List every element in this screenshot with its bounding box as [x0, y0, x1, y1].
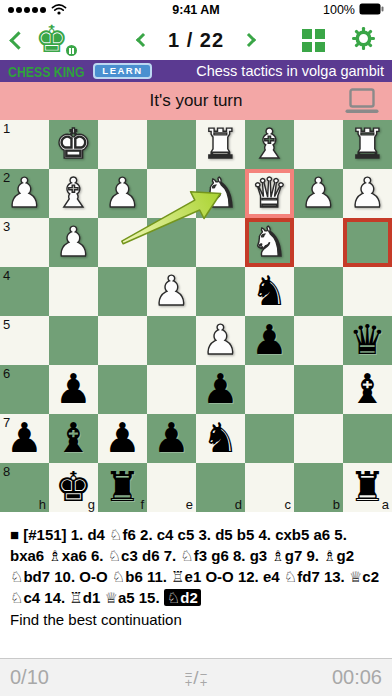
square-g8[interactable]: g♚: [49, 463, 98, 512]
square-d1[interactable]: ♜: [196, 120, 245, 169]
rank-label: 2: [3, 170, 10, 185]
piece-wR-d1: ♜: [202, 120, 239, 169]
file-label: a: [382, 497, 389, 512]
square-d5[interactable]: ♟: [196, 316, 245, 365]
square-e2[interactable]: [147, 169, 196, 218]
square-a2[interactable]: ♟: [343, 169, 392, 218]
square-b6[interactable]: [294, 365, 343, 414]
square-g2[interactable]: ♝: [49, 169, 98, 218]
square-c8[interactable]: c: [245, 463, 294, 512]
square-e7[interactable]: ♟: [147, 414, 196, 463]
score-label: 0/10: [10, 666, 49, 689]
square-a6[interactable]: ♝: [343, 365, 392, 414]
piece-bP-c5: ♟: [251, 316, 288, 365]
piece-wP-a2: ♟: [349, 169, 386, 218]
square-f8[interactable]: f♜: [98, 463, 147, 512]
square-a8[interactable]: a♜: [343, 463, 392, 512]
piece-wP-b2: ♟: [300, 169, 337, 218]
square-g3[interactable]: ♟: [49, 218, 98, 267]
puzzle-grid-button[interactable]: [302, 29, 325, 52]
square-h5[interactable]: 5: [0, 316, 49, 365]
back-chevron-icon: [9, 31, 27, 49]
file-label: f: [140, 497, 144, 512]
square-a5[interactable]: ♛: [343, 316, 392, 365]
square-g5[interactable]: [49, 316, 98, 365]
square-d7[interactable]: ♞: [196, 414, 245, 463]
piece-bR-f8: ♜: [104, 463, 141, 512]
piece-bB-a6: ♝: [349, 365, 386, 414]
brand-label: CHESS KING: [8, 63, 85, 80]
square-f4[interactable]: [98, 267, 147, 316]
piece-wN-c3: ♞: [251, 218, 288, 267]
piece-bN-c4: ♞: [251, 267, 288, 316]
piece-wP-e4: ♟: [153, 267, 190, 316]
square-h8[interactable]: 8h: [0, 463, 49, 512]
square-h1[interactable]: 1: [0, 120, 49, 169]
prev-puzzle-button[interactable]: [136, 33, 150, 47]
clock-label: 9:41 AM: [0, 3, 392, 17]
square-b4[interactable]: [294, 267, 343, 316]
header-bar: CHESS KING LEARN Chess tactics in volga …: [0, 60, 392, 82]
square-f7[interactable]: ♟: [98, 414, 147, 463]
rank-label: 6: [3, 366, 10, 381]
square-h7[interactable]: 7♟: [0, 414, 49, 463]
square-e6[interactable]: [147, 365, 196, 414]
square-g7[interactable]: ♝: [49, 414, 98, 463]
square-b5[interactable]: [294, 316, 343, 365]
moves-panel: ■ [#151] 1. d4 ♘f6 2. c4 c5 3. d5 b5 4. …: [0, 512, 392, 658]
file-label: d: [235, 497, 242, 512]
piece-wB-g2: ♝: [55, 169, 92, 218]
square-e1[interactable]: [147, 120, 196, 169]
rank-label: 5: [3, 317, 10, 332]
gear-icon: [351, 26, 376, 51]
square-f3[interactable]: [98, 218, 147, 267]
nav-bar: ♚ 1 / 22: [0, 20, 392, 60]
piece-bK-g8: ♚: [55, 463, 92, 512]
evaluation-indicator[interactable]: =+ / −+: [185, 667, 207, 689]
square-e4[interactable]: ♟: [147, 267, 196, 316]
piece-wB-c1: ♝: [251, 120, 288, 169]
square-g4[interactable]: [49, 267, 98, 316]
page-indicator: 1 / 22: [168, 29, 224, 52]
square-d6[interactable]: ♟: [196, 365, 245, 414]
app-window: 9:41 AM 100% ♚ 1 / 22: [0, 0, 392, 696]
square-c2[interactable]: ♛: [245, 169, 294, 218]
square-b2[interactable]: ♟: [294, 169, 343, 218]
piece-wQ-c2: ♛: [251, 169, 288, 218]
square-g6[interactable]: ♟: [49, 365, 98, 414]
piece-wR-a1: ♜: [349, 120, 386, 169]
turn-banner: It's your turn: [0, 82, 392, 120]
last-move-highlight: ♘d2: [164, 589, 201, 606]
file-label: c: [285, 497, 292, 512]
piece-wN-d2: ♞: [202, 169, 239, 218]
piece-bP-h7: ♟: [6, 414, 43, 463]
square-b8[interactable]: b: [294, 463, 343, 512]
square-e5[interactable]: [147, 316, 196, 365]
board-container: 1♚♜♝♜2♟♝♟♞♛♟♟3♟♞4♟♞5♟♟♛6♟♟♝7♟♝♟♟♞8hg♚f♜e…: [0, 120, 392, 512]
piece-wK-g1: ♚: [55, 120, 92, 169]
square-d8[interactable]: d: [196, 463, 245, 512]
move-marker: ■: [10, 526, 19, 543]
pause-badge-icon: [64, 43, 79, 58]
piece-bR-a8: ♜: [349, 463, 386, 512]
square-e8[interactable]: e: [147, 463, 196, 512]
square-h4[interactable]: 4: [0, 267, 49, 316]
file-label: b: [333, 497, 340, 512]
laptop-icon: [344, 88, 380, 115]
square-d3[interactable]: [196, 218, 245, 267]
chess-king-logo-icon: ♚: [35, 18, 68, 61]
square-c5[interactable]: ♟: [245, 316, 294, 365]
square-b3[interactable]: [294, 218, 343, 267]
piece-bP-d6: ♟: [202, 365, 239, 414]
square-b1[interactable]: [294, 120, 343, 169]
piece-wP-f2: ♟: [104, 169, 141, 218]
square-a4[interactable]: [343, 267, 392, 316]
square-a1[interactable]: ♜: [343, 120, 392, 169]
course-title: Chess tactics in volga gambit: [196, 63, 384, 79]
rank-label: 4: [3, 268, 10, 283]
square-a3[interactable]: [343, 218, 392, 267]
piece-bN-d7: ♞: [202, 414, 239, 463]
square-e3[interactable]: [147, 218, 196, 267]
piece-wP-h2: ♟: [6, 169, 43, 218]
settings-button[interactable]: [351, 26, 376, 55]
piece-wP-d5: ♟: [202, 316, 239, 365]
file-label: g: [88, 497, 95, 512]
footer-bar: 0/10 =+ / −+ 00:06: [0, 658, 392, 696]
rank-label: 8: [3, 464, 10, 479]
square-c3[interactable]: ♞: [245, 218, 294, 267]
back-button[interactable]: [0, 34, 25, 47]
piece-bP-g6: ♟: [55, 365, 92, 414]
instruction-text: Find the best continuation: [10, 611, 382, 628]
square-c6[interactable]: [245, 365, 294, 414]
app-logo-button[interactable]: ♚: [35, 21, 79, 59]
square-c1[interactable]: ♝: [245, 120, 294, 169]
puzzle-number: [#151]: [23, 526, 66, 543]
learn-badge: LEARN: [93, 63, 151, 79]
rank-label: 7: [3, 415, 10, 430]
move-list[interactable]: ■ [#151] 1. d4 ♘f6 2. c4 c5 3. d5 b5 4. …: [10, 524, 382, 608]
piece-bP-e7: ♟: [153, 414, 190, 463]
rank-label: 1: [3, 121, 10, 136]
square-b7[interactable]: [294, 414, 343, 463]
chess-board: 1♚♜♝♜2♟♝♟♞♛♟♟3♟♞4♟♞5♟♟♛6♟♟♝7♟♝♟♟♞8hg♚f♜e…: [0, 120, 392, 512]
square-c7[interactable]: [245, 414, 294, 463]
square-h3[interactable]: 3: [0, 218, 49, 267]
next-puzzle-button[interactable]: [242, 33, 256, 47]
square-h2[interactable]: 2♟: [0, 169, 49, 218]
square-d4[interactable]: [196, 267, 245, 316]
piece-bQ-a5: ♛: [349, 316, 386, 365]
computer-play-button[interactable]: [344, 88, 380, 119]
square-c4[interactable]: ♞: [245, 267, 294, 316]
square-h6[interactable]: 6: [0, 365, 49, 414]
turn-banner-text: It's your turn: [149, 91, 242, 111]
file-label: e: [186, 497, 193, 512]
square-d2[interactable]: ♞: [196, 169, 245, 218]
status-bar: 9:41 AM 100%: [0, 0, 392, 20]
piece-bP-f7: ♟: [104, 414, 141, 463]
piece-bB-g7: ♝: [55, 414, 92, 463]
square-f2[interactable]: ♟: [98, 169, 147, 218]
file-label: h: [39, 497, 46, 512]
square-a7[interactable]: [343, 414, 392, 463]
timer-label: 00:06: [332, 666, 382, 689]
square-f5[interactable]: [98, 316, 147, 365]
square-f1[interactable]: [98, 120, 147, 169]
rank-label: 3: [3, 219, 10, 234]
piece-wP-g3: ♟: [55, 218, 92, 267]
square-f6[interactable]: [98, 365, 147, 414]
square-g1[interactable]: ♚: [49, 120, 98, 169]
